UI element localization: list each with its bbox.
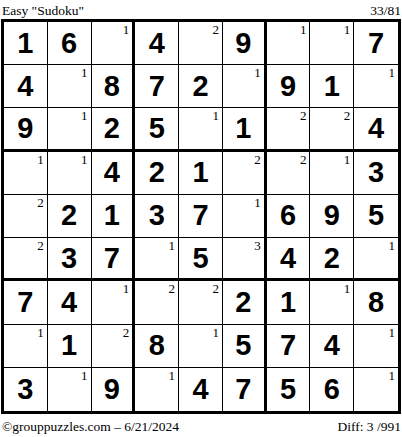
sudoku-page: Easy "Sudoku" 33/81 16142911741872191191…: [0, 0, 402, 437]
pencil-mark: 1: [389, 369, 396, 382]
cell-r5c1[interactable]: 2: [4, 195, 48, 238]
pencil-mark: 2: [212, 23, 219, 36]
cell-r5c5[interactable]: 7: [179, 195, 223, 238]
given-digit: 3: [368, 158, 384, 187]
given-digit: 7: [368, 29, 384, 58]
cell-r1c4[interactable]: 4: [135, 22, 179, 65]
cell-r5c2[interactable]: 2: [48, 195, 92, 238]
pencil-mark: 1: [81, 369, 88, 382]
pencil-mark: 2: [300, 153, 307, 166]
cell-r9c5[interactable]: 4: [179, 368, 223, 411]
given-digit: 1: [280, 288, 296, 317]
given-digit: 9: [235, 29, 251, 58]
pencil-mark: 2: [123, 326, 130, 339]
given-digit: 9: [17, 114, 33, 143]
pencil-mark: 2: [254, 153, 261, 166]
pencil-mark: 1: [81, 109, 88, 122]
cell-r7c7[interactable]: 1: [267, 281, 311, 324]
given-digit: 9: [280, 72, 296, 101]
given-digit: 7: [17, 288, 33, 317]
given-digit: 4: [61, 288, 77, 317]
cell-r7c4[interactable]: 2: [135, 281, 179, 324]
pencil-mark: 1: [37, 326, 44, 339]
cell-r1c8[interactable]: 1: [310, 22, 354, 65]
cell-r8c2[interactable]: 1: [48, 325, 92, 368]
cell-r2c8[interactable]: 1: [310, 65, 354, 108]
cell-r6c8[interactable]: 2: [310, 238, 354, 281]
given-digit: 4: [149, 29, 165, 58]
cell-r8c3[interactable]: 2: [92, 325, 136, 368]
cell-r1c6[interactable]: 9: [223, 22, 267, 65]
cell-r3c8[interactable]: 2: [310, 108, 354, 151]
cell-r3c4[interactable]: 5: [135, 108, 179, 151]
cell-r3c3[interactable]: 2: [92, 108, 136, 151]
given-digit: 2: [324, 244, 340, 273]
given-digit: 2: [149, 158, 165, 187]
given-digit: 3: [149, 201, 165, 230]
pencil-mark: 1: [254, 196, 261, 209]
sudoku-board: 1614291174187219119125112241142122132213…: [1, 19, 401, 414]
cell-r1c9[interactable]: 7: [354, 22, 398, 65]
given-digit: 3: [61, 244, 77, 273]
cell-r4c7[interactable]: 2: [267, 152, 311, 195]
cell-r6c3[interactable]: 7: [92, 238, 136, 281]
given-digit: 9: [104, 375, 120, 404]
cell-r8c6[interactable]: 5: [223, 325, 267, 368]
given-digit: 7: [192, 201, 208, 230]
given-digit: 5: [192, 244, 208, 273]
given-digit: 5: [149, 114, 165, 143]
given-digit: 1: [324, 72, 340, 101]
cell-r1c5[interactable]: 2: [179, 22, 223, 65]
given-digit: 3: [17, 375, 33, 404]
cell-r6c1[interactable]: 2: [4, 238, 48, 281]
given-digit: 4: [368, 114, 384, 143]
cell-r2c1[interactable]: 4: [4, 65, 48, 108]
cell-r1c1[interactable]: 1: [4, 22, 48, 65]
given-digit: 7: [104, 244, 120, 273]
cell-r4c3[interactable]: 4: [92, 152, 136, 195]
cell-r7c8[interactable]: 1: [310, 281, 354, 324]
cell-r8c1[interactable]: 1: [4, 325, 48, 368]
cell-r5c7[interactable]: 6: [267, 195, 311, 238]
cell-r3c1[interactable]: 9: [4, 108, 48, 151]
cell-r9c6[interactable]: 7: [223, 368, 267, 411]
given-digit: 7: [235, 375, 251, 404]
given-digit: 8: [149, 331, 165, 360]
pencil-mark: 1: [254, 66, 261, 79]
given-digit: 1: [61, 331, 77, 360]
given-digit: 8: [104, 72, 120, 101]
cell-r6c9[interactable]: 1: [354, 238, 398, 281]
cell-r7c6[interactable]: 2: [223, 281, 267, 324]
difficulty-text: Diff: 3 /991: [338, 419, 402, 434]
cell-r9c7[interactable]: 5: [267, 368, 311, 411]
cell-r9c2[interactable]: 1: [48, 368, 92, 411]
given-digit: 2: [235, 288, 251, 317]
pencil-mark: 1: [389, 239, 396, 252]
given-digit: 1: [235, 114, 251, 143]
pencil-mark: 1: [37, 153, 44, 166]
cell-r2c7[interactable]: 9: [267, 65, 311, 108]
pencil-mark: 1: [123, 282, 130, 295]
pencil-mark: 2: [169, 282, 176, 295]
cell-r1c7[interactable]: 1: [267, 22, 311, 65]
given-digit: 1: [104, 201, 120, 230]
cell-r4c2[interactable]: 1: [48, 152, 92, 195]
cell-r3c5[interactable]: 1: [179, 108, 223, 151]
cell-r4c6[interactable]: 2: [223, 152, 267, 195]
cell-r8c8[interactable]: 4: [310, 325, 354, 368]
pencil-mark: 1: [212, 109, 219, 122]
given-digit: 4: [104, 158, 120, 187]
cell-r6c2[interactable]: 3: [48, 238, 92, 281]
cell-r5c6[interactable]: 1: [223, 195, 267, 238]
given-digit: 4: [17, 72, 33, 101]
given-digit: 2: [61, 201, 77, 230]
given-digit: 2: [104, 114, 120, 143]
cell-r6c4[interactable]: 1: [135, 238, 179, 281]
cell-r4c9[interactable]: 3: [354, 152, 398, 195]
pencil-mark: 1: [300, 23, 307, 36]
cell-r2c3[interactable]: 8: [92, 65, 136, 108]
cell-r4c4[interactable]: 2: [135, 152, 179, 195]
cell-r8c9[interactable]: 1: [354, 325, 398, 368]
cell-r9c9[interactable]: 1: [354, 368, 398, 411]
cell-r2c6[interactable]: 1: [223, 65, 267, 108]
given-digit: 6: [280, 201, 296, 230]
pencil-mark: 1: [344, 282, 351, 295]
footer: ©grouppuzzles.com – 6/21/2024 Diff: 3 /9…: [0, 414, 402, 434]
pencil-mark: 2: [212, 282, 219, 295]
header: Easy "Sudoku" 33/81: [0, 0, 402, 19]
cell-r1c2[interactable]: 6: [48, 22, 92, 65]
pencil-mark: 1: [344, 23, 351, 36]
pencil-mark: 1: [344, 153, 351, 166]
cell-r4c1[interactable]: 1: [4, 152, 48, 195]
cell-r7c2[interactable]: 4: [48, 281, 92, 324]
pencil-mark: 2: [344, 109, 351, 122]
given-digit: 4: [324, 331, 340, 360]
cell-r9c4[interactable]: 1: [135, 368, 179, 411]
given-digit: 5: [235, 331, 251, 360]
puzzle-title: Easy "Sudoku": [2, 3, 84, 19]
cell-r2c2[interactable]: 1: [48, 65, 92, 108]
pencil-mark: 1: [169, 369, 176, 382]
cell-r8c7[interactable]: 7: [267, 325, 311, 368]
cell-r3c2[interactable]: 1: [48, 108, 92, 151]
pencil-mark: 1: [81, 153, 88, 166]
given-digit: 7: [280, 331, 296, 360]
remaining-cells-counter: 33/81: [370, 3, 401, 19]
cell-r2c9[interactable]: 1: [354, 65, 398, 108]
cell-r9c1[interactable]: 3: [4, 368, 48, 411]
cell-r6c7[interactable]: 4: [267, 238, 311, 281]
cell-r6c5[interactable]: 5: [179, 238, 223, 281]
given-digit: 1: [192, 158, 208, 187]
cell-r7c1[interactable]: 7: [4, 281, 48, 324]
copyright-text: ©grouppuzzles.com – 6/21/2024: [2, 419, 179, 434]
pencil-mark: 2: [37, 196, 44, 209]
given-digit: 5: [368, 201, 384, 230]
cell-r5c3[interactable]: 1: [92, 195, 136, 238]
given-digit: 5: [280, 375, 296, 404]
pencil-mark: 2: [37, 239, 44, 252]
given-digit: 9: [324, 201, 340, 230]
cell-r8c4[interactable]: 8: [135, 325, 179, 368]
given-digit: 8: [368, 288, 384, 317]
cell-r3c6[interactable]: 1: [223, 108, 267, 151]
pencil-mark: 3: [254, 239, 261, 252]
cell-r5c9[interactable]: 5: [354, 195, 398, 238]
given-digit: 6: [61, 29, 77, 58]
cell-r7c3[interactable]: 1: [92, 281, 136, 324]
given-digit: 1: [17, 29, 33, 58]
pencil-mark: 2: [300, 109, 307, 122]
cell-r6c6[interactable]: 3: [223, 238, 267, 281]
cell-r9c8[interactable]: 6: [310, 368, 354, 411]
cell-r4c5[interactable]: 1: [179, 152, 223, 195]
cell-r3c9[interactable]: 4: [354, 108, 398, 151]
given-digit: 7: [149, 72, 165, 101]
pencil-mark: 1: [123, 23, 130, 36]
cell-r7c9[interactable]: 8: [354, 281, 398, 324]
cell-r5c8[interactable]: 9: [310, 195, 354, 238]
cell-r2c4[interactable]: 7: [135, 65, 179, 108]
cell-r5c4[interactable]: 3: [135, 195, 179, 238]
cell-r7c5[interactable]: 2: [179, 281, 223, 324]
pencil-mark: 1: [389, 326, 396, 339]
given-digit: 4: [280, 244, 296, 273]
pencil-mark: 1: [212, 326, 219, 339]
pencil-mark: 1: [169, 239, 176, 252]
given-digit: 4: [192, 375, 208, 404]
cell-r9c3[interactable]: 9: [92, 368, 136, 411]
cell-r1c3[interactable]: 1: [92, 22, 136, 65]
given-digit: 6: [324, 375, 340, 404]
cell-r8c5[interactable]: 1: [179, 325, 223, 368]
cell-r4c8[interactable]: 1: [310, 152, 354, 195]
pencil-mark: 1: [389, 66, 396, 79]
cell-r2c5[interactable]: 2: [179, 65, 223, 108]
cell-r3c7[interactable]: 2: [267, 108, 311, 151]
pencil-mark: 1: [81, 66, 88, 79]
given-digit: 2: [192, 72, 208, 101]
